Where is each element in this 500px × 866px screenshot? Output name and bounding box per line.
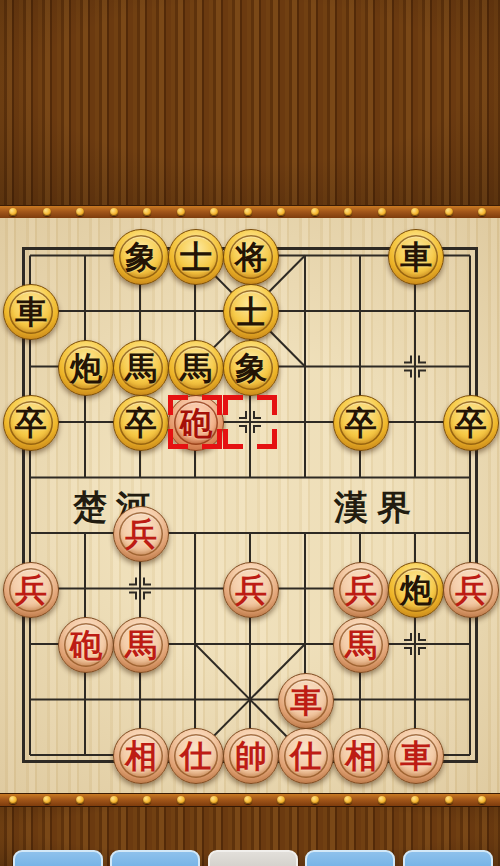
piece-black-soldier[interactable]: 卒 xyxy=(333,395,389,451)
piece-glyph: 炮 xyxy=(389,563,443,617)
piece-glyph: 卒 xyxy=(334,396,388,450)
piece-red-advisor[interactable]: 仕 xyxy=(278,728,334,784)
bottom-button-3[interactable] xyxy=(208,850,298,866)
bracket-corner xyxy=(223,395,243,415)
piece-black-elephant[interactable]: 象 xyxy=(113,229,169,285)
piece-black-chariot[interactable]: 車 xyxy=(388,229,444,285)
piece-glyph: 車 xyxy=(389,230,443,284)
bracket-corner xyxy=(168,429,188,449)
piece-red-chariot[interactable]: 車 xyxy=(278,673,334,729)
piece-red-horse[interactable]: 馬 xyxy=(333,617,389,673)
piece-glyph: 卒 xyxy=(114,396,168,450)
piece-glyph: 将 xyxy=(224,230,278,284)
piece-red-elephant[interactable]: 相 xyxy=(113,728,169,784)
piece-black-advisor[interactable]: 士 xyxy=(223,284,279,340)
piece-glyph: 象 xyxy=(224,341,278,395)
bottom-button-4[interactable] xyxy=(305,850,395,866)
bracket-corner xyxy=(223,429,243,449)
piece-red-advisor[interactable]: 仕 xyxy=(168,728,224,784)
piece-black-advisor[interactable]: 士 xyxy=(168,229,224,285)
piece-glyph: 馬 xyxy=(114,341,168,395)
piece-glyph: 馬 xyxy=(114,618,168,672)
piece-glyph: 兵 xyxy=(4,563,58,617)
piece-red-elephant[interactable]: 相 xyxy=(333,728,389,784)
bottom-button-2[interactable] xyxy=(110,850,200,866)
piece-red-general[interactable]: 帥 xyxy=(223,728,279,784)
piece-glyph: 兵 xyxy=(444,563,498,617)
piece-glyph: 車 xyxy=(4,285,58,339)
piece-red-horse[interactable]: 馬 xyxy=(113,617,169,673)
piece-glyph: 仕 xyxy=(279,729,333,783)
highlight-bracket xyxy=(168,395,222,449)
piece-glyph: 相 xyxy=(114,729,168,783)
piece-glyph: 卒 xyxy=(4,396,58,450)
piece-black-cannon[interactable]: 炮 xyxy=(58,340,114,396)
piece-glyph: 兵 xyxy=(114,507,168,561)
bottom-button-5[interactable] xyxy=(403,850,493,866)
piece-red-soldier[interactable]: 兵 xyxy=(113,506,169,562)
bottom-button-1[interactable] xyxy=(13,850,103,866)
piece-glyph: 車 xyxy=(279,674,333,728)
piece-black-horse[interactable]: 馬 xyxy=(113,340,169,396)
bracket-corner xyxy=(202,395,222,415)
piece-glyph: 砲 xyxy=(59,618,113,672)
piece-glyph: 馬 xyxy=(169,341,223,395)
piece-red-soldier[interactable]: 兵 xyxy=(333,562,389,618)
piece-red-cannon[interactable]: 砲 xyxy=(58,617,114,673)
piece-glyph: 相 xyxy=(334,729,388,783)
piece-layer: 象士将車車士炮馬馬象卒卒砲卒卒兵兵兵兵炮兵砲馬馬車相仕帥仕相車 xyxy=(0,0,500,866)
piece-glyph: 車 xyxy=(389,729,443,783)
bracket-corner xyxy=(257,429,277,449)
bracket-corner xyxy=(168,395,188,415)
piece-black-chariot[interactable]: 車 xyxy=(3,284,59,340)
piece-red-soldier[interactable]: 兵 xyxy=(223,562,279,618)
piece-black-soldier[interactable]: 卒 xyxy=(443,395,499,451)
piece-black-cannon[interactable]: 炮 xyxy=(388,562,444,618)
piece-glyph: 兵 xyxy=(334,563,388,617)
bracket-corner xyxy=(202,429,222,449)
piece-black-horse[interactable]: 馬 xyxy=(168,340,224,396)
piece-glyph: 象 xyxy=(114,230,168,284)
piece-black-general[interactable]: 将 xyxy=(223,229,279,285)
piece-black-elephant[interactable]: 象 xyxy=(223,340,279,396)
piece-glyph: 兵 xyxy=(224,563,278,617)
piece-red-soldier[interactable]: 兵 xyxy=(443,562,499,618)
piece-black-soldier[interactable]: 卒 xyxy=(113,395,169,451)
piece-black-soldier[interactable]: 卒 xyxy=(3,395,59,451)
piece-glyph: 帥 xyxy=(224,729,278,783)
piece-glyph: 士 xyxy=(224,285,278,339)
piece-glyph: 仕 xyxy=(169,729,223,783)
piece-red-soldier[interactable]: 兵 xyxy=(3,562,59,618)
bracket-corner xyxy=(257,395,277,415)
piece-glyph: 士 xyxy=(169,230,223,284)
piece-red-chariot[interactable]: 車 xyxy=(388,728,444,784)
piece-glyph: 馬 xyxy=(334,618,388,672)
piece-glyph: 卒 xyxy=(444,396,498,450)
highlight-bracket xyxy=(223,395,277,449)
piece-glyph: 炮 xyxy=(59,341,113,395)
